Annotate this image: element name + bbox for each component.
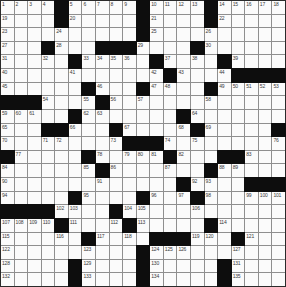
cell-r2c7[interactable] <box>82 15 95 28</box>
cell-r7c15[interactable] <box>191 83 204 96</box>
cell-r9c8[interactable]: 63 <box>96 110 109 123</box>
cell-r11c5[interactable]: 72 <box>55 137 68 150</box>
cell-r16c16[interactable] <box>205 205 218 218</box>
cell-r14c10[interactable] <box>123 178 136 191</box>
cell-r7c14[interactable] <box>177 83 190 96</box>
cell-r2c12[interactable]: 21 <box>150 15 163 28</box>
cell-r17c6[interactable]: 111 <box>69 219 82 232</box>
cell-r5c14[interactable] <box>177 55 190 68</box>
cell-r9c2[interactable]: 60 <box>15 110 28 123</box>
cell-r21c9[interactable] <box>110 273 123 286</box>
cell-r19c6[interactable] <box>69 246 82 259</box>
cell-r4c20[interactable] <box>259 42 272 55</box>
cell-r17c3[interactable]: 109 <box>28 219 41 232</box>
cell-r8c21[interactable] <box>272 96 285 109</box>
cell-r8c18[interactable] <box>232 96 245 109</box>
cell-r12c11[interactable]: 80 <box>137 151 150 164</box>
cell-r20c7[interactable]: 129 <box>82 260 95 273</box>
cell-r5c19[interactable] <box>245 55 258 68</box>
cell-r20c20[interactable] <box>259 260 272 273</box>
cell-r15c2[interactable] <box>15 192 28 205</box>
cell-r6c16[interactable] <box>205 69 218 82</box>
cell-r16c19[interactable] <box>245 205 258 218</box>
cell-r20c2[interactable] <box>15 260 28 273</box>
cell-r11c19[interactable] <box>245 137 258 150</box>
cell-r14c17[interactable] <box>218 178 231 191</box>
cell-r2c14[interactable] <box>177 15 190 28</box>
cell-r20c12[interactable]: 130 <box>150 260 163 273</box>
cell-r6c11[interactable] <box>137 69 150 82</box>
cell-r17c19[interactable] <box>245 219 258 232</box>
cell-r20c1[interactable]: 128 <box>1 260 14 273</box>
cell-r21c4[interactable] <box>42 273 55 286</box>
cell-r8c17[interactable] <box>218 96 231 109</box>
cell-r20c4[interactable] <box>42 260 55 273</box>
cell-r13c13[interactable]: 87 <box>164 164 177 177</box>
cell-r20c3[interactable] <box>28 260 41 273</box>
cell-r13c17[interactable]: 88 <box>218 164 231 177</box>
cell-r2c20[interactable] <box>259 15 272 28</box>
cell-r5c15[interactable]: 38 <box>191 55 204 68</box>
cell-r10c3[interactable] <box>28 124 41 137</box>
cell-r16c5[interactable]: 102 <box>55 205 68 218</box>
cell-r9c11[interactable] <box>137 110 150 123</box>
cell-r15c7[interactable]: 95 <box>82 192 95 205</box>
cell-r7c1[interactable]: 45 <box>1 83 14 96</box>
cell-r1c12[interactable]: 10 <box>150 1 163 14</box>
cell-r1c19[interactable]: 16 <box>245 1 258 14</box>
cell-r19c20[interactable] <box>259 246 272 259</box>
cell-r5c1[interactable]: 31 <box>1 55 14 68</box>
cell-r3c15[interactable] <box>191 28 204 41</box>
cell-r19c14[interactable]: 126 <box>177 246 190 259</box>
cell-r11c3[interactable] <box>28 137 41 150</box>
cell-r19c8[interactable] <box>96 246 109 259</box>
cell-r18c10[interactable]: 118 <box>123 233 136 246</box>
cell-r1c7[interactable]: 6 <box>82 1 95 14</box>
cell-r11c15[interactable]: 75 <box>191 137 204 150</box>
cell-r16c21[interactable] <box>272 205 285 218</box>
cell-r5c11[interactable] <box>137 55 150 68</box>
cell-r7c13[interactable]: 48 <box>164 83 177 96</box>
cell-r5c18[interactable]: 39 <box>232 55 245 68</box>
cell-r2c19[interactable] <box>245 15 258 28</box>
cell-r6c2[interactable] <box>15 69 28 82</box>
cell-r13c21[interactable] <box>272 164 285 177</box>
cell-r19c2[interactable] <box>15 246 28 259</box>
cell-r2c13[interactable] <box>164 15 177 28</box>
cell-r6c12[interactable]: 42 <box>150 69 163 82</box>
cell-r8c19[interactable] <box>245 96 258 109</box>
cell-r11c2[interactable] <box>15 137 28 150</box>
cell-r3c1[interactable]: 23 <box>1 28 14 41</box>
cell-r17c1[interactable]: 107 <box>1 219 14 232</box>
cell-r13c6[interactable] <box>69 164 82 177</box>
cell-r20c16[interactable] <box>205 260 218 273</box>
cell-r21c10[interactable] <box>123 273 136 286</box>
cell-r21c5[interactable] <box>55 273 68 286</box>
cell-r16c20[interactable] <box>259 205 272 218</box>
cell-r3c20[interactable] <box>259 28 272 41</box>
cell-r17c15[interactable] <box>191 219 204 232</box>
cell-r13c20[interactable] <box>259 164 272 177</box>
cell-r11c13[interactable]: 74 <box>164 137 177 150</box>
cell-r7c2[interactable] <box>15 83 28 96</box>
cell-r17c13[interactable] <box>164 219 177 232</box>
cell-r7c20[interactable]: 52 <box>259 83 272 96</box>
cell-r21c15[interactable] <box>191 273 204 286</box>
cell-r11c20[interactable] <box>259 137 272 150</box>
cell-r21c20[interactable] <box>259 273 272 286</box>
cell-r15c17[interactable] <box>218 192 231 205</box>
cell-r12c5[interactable] <box>55 151 68 164</box>
cell-r12c4[interactable] <box>42 151 55 164</box>
cell-r6c14[interactable]: 43 <box>177 69 190 82</box>
cell-r12c20[interactable] <box>259 151 272 164</box>
cell-r19c12[interactable]: 124 <box>150 246 163 259</box>
cell-r4c17[interactable] <box>218 42 231 55</box>
cell-r18c15[interactable]: 119 <box>191 233 204 246</box>
cell-r7c19[interactable]: 51 <box>245 83 258 96</box>
cell-r18c8[interactable]: 117 <box>96 233 109 246</box>
cell-r17c4[interactable]: 110 <box>42 219 55 232</box>
cell-r11c7[interactable] <box>82 137 95 150</box>
cell-r14c6[interactable] <box>69 178 82 191</box>
cell-r8c11[interactable]: 57 <box>137 96 150 109</box>
cell-r11c14[interactable] <box>177 137 190 150</box>
cell-r1c9[interactable]: 8 <box>110 1 123 14</box>
cell-r1c10[interactable]: 9 <box>123 1 136 14</box>
cell-r3c4[interactable] <box>42 28 55 41</box>
cell-r5c16[interactable] <box>205 55 218 68</box>
cell-r12c10[interactable]: 79 <box>123 151 136 164</box>
cell-r11c16[interactable] <box>205 137 218 150</box>
cell-r14c9[interactable] <box>110 178 123 191</box>
cell-r21c16[interactable] <box>205 273 218 286</box>
cell-r3c3[interactable] <box>28 28 41 41</box>
cell-r10c19[interactable] <box>245 124 258 137</box>
cell-r3c10[interactable] <box>123 28 136 41</box>
cell-r12c3[interactable] <box>28 151 41 164</box>
cell-r14c5[interactable] <box>55 178 68 191</box>
cell-r3c9[interactable] <box>110 28 123 41</box>
cell-r5c13[interactable]: 37 <box>164 55 177 68</box>
cell-r18c19[interactable]: 121 <box>245 233 258 246</box>
cell-r12c6[interactable] <box>69 151 82 164</box>
cell-r17c2[interactable]: 108 <box>15 219 28 232</box>
cell-r2c8[interactable] <box>96 15 109 28</box>
cell-r1c15[interactable]: 13 <box>191 1 204 14</box>
cell-r19c13[interactable]: 125 <box>164 246 177 259</box>
cell-r7c21[interactable]: 53 <box>272 83 285 96</box>
cell-r3c18[interactable] <box>232 28 245 41</box>
cell-r13c4[interactable] <box>42 164 55 177</box>
cell-r3c2[interactable] <box>15 28 28 41</box>
cell-r5c8[interactable]: 34 <box>96 55 109 68</box>
cell-r13c9[interactable]: 86 <box>110 164 123 177</box>
cell-r19c3[interactable] <box>28 246 41 259</box>
cell-r17c9[interactable]: 112 <box>110 219 123 232</box>
cell-r15c5[interactable] <box>55 192 68 205</box>
cell-r13c12[interactable] <box>150 164 163 177</box>
cell-r8c12[interactable] <box>150 96 163 109</box>
cell-r12c15[interactable] <box>191 151 204 164</box>
cell-r5c7[interactable]: 33 <box>82 55 95 68</box>
cell-r12c8[interactable]: 78 <box>96 151 109 164</box>
cell-r21c19[interactable] <box>245 273 258 286</box>
cell-r3c6[interactable] <box>69 28 82 41</box>
cell-r4c2[interactable] <box>15 42 28 55</box>
cell-r12c16[interactable] <box>205 151 218 164</box>
cell-r11c8[interactable] <box>96 137 109 150</box>
cell-r6c8[interactable] <box>96 69 109 82</box>
cell-r11c17[interactable] <box>218 137 231 150</box>
cell-r13c19[interactable] <box>245 164 258 177</box>
cell-r19c9[interactable] <box>110 246 123 259</box>
cell-r7c10[interactable] <box>123 83 136 96</box>
cell-r18c21[interactable] <box>272 233 285 246</box>
cell-r5c10[interactable]: 36 <box>123 55 136 68</box>
cell-r1c14[interactable]: 12 <box>177 1 190 14</box>
cell-r4c3[interactable] <box>28 42 41 55</box>
cell-r15c20[interactable]: 100 <box>259 192 272 205</box>
cell-r15c1[interactable]: 94 <box>1 192 14 205</box>
cell-r18c1[interactable]: 115 <box>1 233 14 246</box>
cell-r15c14[interactable]: 97 <box>177 192 190 205</box>
cell-r10c8[interactable] <box>96 124 109 137</box>
cell-r4c7[interactable] <box>82 42 95 55</box>
cell-r5c4[interactable]: 32 <box>42 55 55 68</box>
cell-r13c7[interactable]: 85 <box>82 164 95 177</box>
cell-r13c2[interactable] <box>15 164 28 177</box>
cell-r4c13[interactable] <box>164 42 177 55</box>
cell-r2c3[interactable] <box>28 15 41 28</box>
cell-r5c9[interactable]: 35 <box>110 55 123 68</box>
cell-r5c2[interactable] <box>15 55 28 68</box>
cell-r12c19[interactable]: 83 <box>245 151 258 164</box>
cell-r7c6[interactable] <box>69 83 82 96</box>
cell-r9c9[interactable] <box>110 110 123 123</box>
cell-r18c6[interactable] <box>69 233 82 246</box>
cell-r19c19[interactable] <box>245 246 258 259</box>
cell-r5c3[interactable] <box>28 55 41 68</box>
cell-r9c19[interactable] <box>245 110 258 123</box>
cell-r9c7[interactable]: 62 <box>82 110 95 123</box>
cell-r19c4[interactable] <box>42 246 55 259</box>
cell-r10c6[interactable]: 66 <box>69 124 82 137</box>
cell-r10c11[interactable] <box>137 124 150 137</box>
cell-r19c1[interactable]: 122 <box>1 246 14 259</box>
cell-r10c18[interactable] <box>232 124 245 137</box>
cell-r15c16[interactable]: 98 <box>205 192 218 205</box>
cell-r7c12[interactable]: 47 <box>150 83 163 96</box>
cell-r20c10[interactable] <box>123 260 136 273</box>
cell-r21c2[interactable] <box>15 273 28 286</box>
cell-r13c3[interactable] <box>28 164 41 177</box>
cell-r10c12[interactable] <box>150 124 163 137</box>
cell-r11c6[interactable] <box>69 137 82 150</box>
cell-r14c12[interactable] <box>150 178 163 191</box>
cell-r18c4[interactable] <box>42 233 55 246</box>
cell-r16c7[interactable] <box>82 205 95 218</box>
cell-r13c18[interactable]: 89 <box>232 164 245 177</box>
cell-r2c21[interactable] <box>272 15 285 28</box>
cell-r20c13[interactable] <box>164 260 177 273</box>
cell-r10c17[interactable] <box>218 124 231 137</box>
cell-r18c3[interactable] <box>28 233 41 246</box>
cell-r3c16[interactable]: 26 <box>205 28 218 41</box>
cell-r2c1[interactable]: 19 <box>1 15 14 28</box>
cell-r13c11[interactable] <box>137 164 150 177</box>
cell-r6c15[interactable] <box>191 69 204 82</box>
cell-r18c2[interactable] <box>15 233 28 246</box>
cell-r6c3[interactable] <box>28 69 41 82</box>
cell-r14c2[interactable] <box>15 178 28 191</box>
cell-r11c21[interactable]: 76 <box>272 137 285 150</box>
cell-r21c13[interactable] <box>164 273 177 286</box>
cell-r20c9[interactable] <box>110 260 123 273</box>
cell-r9c10[interactable] <box>123 110 136 123</box>
cell-r16c14[interactable] <box>177 205 190 218</box>
cell-r3c13[interactable] <box>164 28 177 41</box>
cell-r13c5[interactable] <box>55 164 68 177</box>
cell-r3c14[interactable] <box>177 28 190 41</box>
cell-r15c10[interactable] <box>123 192 136 205</box>
cell-r17c21[interactable] <box>272 219 285 232</box>
cell-r3c7[interactable] <box>82 28 95 41</box>
cell-r14c3[interactable] <box>28 178 41 191</box>
cell-r21c18[interactable]: 135 <box>232 273 245 286</box>
cell-r19c7[interactable]: 123 <box>82 246 95 259</box>
cell-r18c17[interactable] <box>218 233 231 246</box>
cell-r1c18[interactable]: 15 <box>232 1 245 14</box>
cell-r10c2[interactable] <box>15 124 28 137</box>
cell-r12c9[interactable] <box>110 151 123 164</box>
cell-r17c11[interactable]: 113 <box>137 219 150 232</box>
cell-r1c13[interactable]: 11 <box>164 1 177 14</box>
cell-r15c18[interactable] <box>232 192 245 205</box>
cell-r7c5[interactable] <box>55 83 68 96</box>
cell-r4c5[interactable]: 28 <box>55 42 68 55</box>
cell-r9c3[interactable]: 61 <box>28 110 41 123</box>
cell-r1c17[interactable]: 14 <box>218 1 231 14</box>
cell-r16c10[interactable]: 104 <box>123 205 136 218</box>
cell-r14c18[interactable] <box>232 178 245 191</box>
cell-r2c18[interactable] <box>232 15 245 28</box>
cell-r2c4[interactable] <box>42 15 55 28</box>
cell-r20c19[interactable] <box>245 260 258 273</box>
cell-r2c10[interactable] <box>123 15 136 28</box>
cell-r11c1[interactable]: 70 <box>1 137 14 150</box>
cell-r15c13[interactable] <box>164 192 177 205</box>
cell-r1c21[interactable]: 18 <box>272 1 285 14</box>
cell-r2c2[interactable] <box>15 15 28 28</box>
cell-r17c20[interactable] <box>259 219 272 232</box>
cell-r4c18[interactable] <box>232 42 245 55</box>
cell-r16c13[interactable] <box>164 205 177 218</box>
cell-r9c15[interactable]: 64 <box>191 110 204 123</box>
cell-r7c9[interactable] <box>110 83 123 96</box>
cell-r15c19[interactable]: 99 <box>245 192 258 205</box>
cell-r8c7[interactable]: 55 <box>82 96 95 109</box>
cell-r9c17[interactable] <box>218 110 231 123</box>
cell-r15c3[interactable] <box>28 192 41 205</box>
cell-r19c16[interactable] <box>205 246 218 259</box>
cell-r7c3[interactable] <box>28 83 41 96</box>
cell-r8c4[interactable]: 54 <box>42 96 55 109</box>
cell-r9c13[interactable] <box>164 110 177 123</box>
cell-r1c8[interactable]: 7 <box>96 1 109 14</box>
cell-r15c21[interactable]: 101 <box>272 192 285 205</box>
cell-r20c15[interactable] <box>191 260 204 273</box>
cell-r7c8[interactable]: 46 <box>96 83 109 96</box>
cell-r20c8[interactable] <box>96 260 109 273</box>
cell-r16c6[interactable]: 103 <box>69 205 82 218</box>
cell-r14c8[interactable]: 91 <box>96 178 109 191</box>
cell-r10c20[interactable] <box>259 124 272 137</box>
cell-r18c5[interactable]: 116 <box>55 233 68 246</box>
cell-r3c12[interactable]: 25 <box>150 28 163 41</box>
cell-r16c8[interactable] <box>96 205 109 218</box>
cell-r4c19[interactable] <box>245 42 258 55</box>
cell-r9c20[interactable] <box>259 110 272 123</box>
cell-r17c8[interactable] <box>96 219 109 232</box>
cell-r9c4[interactable] <box>42 110 55 123</box>
cell-r7c17[interactable]: 49 <box>218 83 231 96</box>
cell-r21c14[interactable] <box>177 273 190 286</box>
cell-r17c7[interactable] <box>82 219 95 232</box>
cell-r17c14[interactable] <box>177 219 190 232</box>
cell-r10c7[interactable] <box>82 124 95 137</box>
cell-r3c8[interactable] <box>96 28 109 41</box>
cell-r6c4[interactable] <box>42 69 55 82</box>
cell-r21c12[interactable]: 134 <box>150 273 163 286</box>
cell-r1c2[interactable]: 2 <box>15 1 28 14</box>
cell-r5c21[interactable] <box>272 55 285 68</box>
cell-r14c16[interactable]: 93 <box>205 178 218 191</box>
cell-r7c18[interactable]: 50 <box>232 83 245 96</box>
cell-r8c5[interactable] <box>55 96 68 109</box>
cell-r21c8[interactable] <box>96 273 109 286</box>
cell-r6c7[interactable] <box>82 69 95 82</box>
cell-r1c20[interactable]: 17 <box>259 1 272 14</box>
cell-r8c14[interactable] <box>177 96 190 109</box>
cell-r16c18[interactable] <box>232 205 245 218</box>
cell-r6c6[interactable]: 41 <box>69 69 82 82</box>
cell-r12c2[interactable]: 77 <box>15 151 28 164</box>
cell-r15c9[interactable] <box>110 192 123 205</box>
cell-r20c5[interactable] <box>55 260 68 273</box>
cell-r21c7[interactable]: 133 <box>82 273 95 286</box>
cell-r11c18[interactable] <box>232 137 245 150</box>
cell-r20c18[interactable]: 131 <box>232 260 245 273</box>
cell-r1c4[interactable]: 4 <box>42 1 55 14</box>
cell-r9c5[interactable] <box>55 110 68 123</box>
cell-r8c20[interactable] <box>259 96 272 109</box>
cell-r6c17[interactable]: 44 <box>218 69 231 82</box>
cell-r6c10[interactable] <box>123 69 136 82</box>
cell-r19c18[interactable]: 127 <box>232 246 245 259</box>
cell-r11c4[interactable]: 71 <box>42 137 55 150</box>
cell-r12c12[interactable]: 81 <box>150 151 163 164</box>
cell-r10c16[interactable]: 69 <box>205 124 218 137</box>
cell-r10c1[interactable]: 65 <box>1 124 14 137</box>
cell-r9c1[interactable]: 59 <box>1 110 14 123</box>
cell-r13c10[interactable] <box>123 164 136 177</box>
cell-r8c9[interactable]: 56 <box>110 96 123 109</box>
cell-r8c16[interactable]: 58 <box>205 96 218 109</box>
cell-r4c1[interactable]: 27 <box>1 42 14 55</box>
